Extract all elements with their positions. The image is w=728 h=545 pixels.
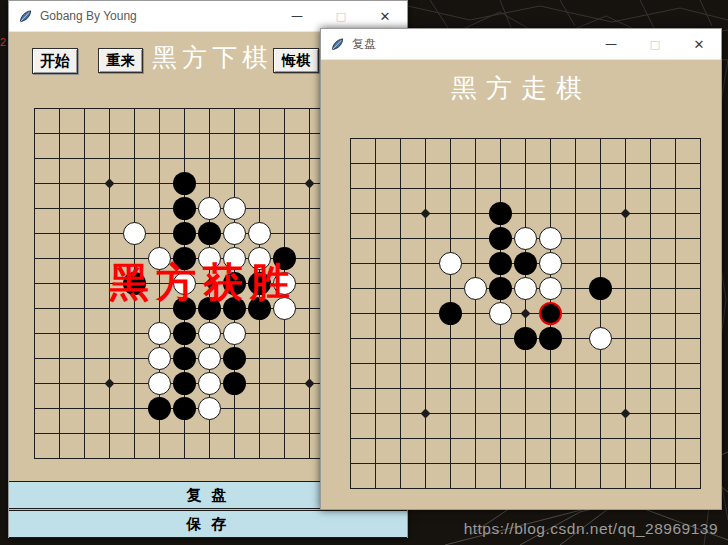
black-stone (148, 397, 171, 420)
white-stone (439, 252, 462, 275)
replay-window: 复盘 — □ ✕ 黑方走棋 (320, 28, 722, 510)
star-point (105, 379, 115, 389)
minimize-button[interactable]: — (589, 29, 633, 59)
black-stone (173, 222, 196, 245)
white-stone (514, 277, 537, 300)
white-stone (589, 327, 612, 350)
white-stone (223, 197, 246, 220)
star-point (305, 379, 315, 389)
black-stone (173, 322, 196, 345)
black-stone (489, 227, 512, 250)
white-stone (148, 347, 171, 370)
white-stone (223, 222, 246, 245)
replay-window-title: 复盘 (352, 36, 589, 53)
star-point (421, 209, 431, 219)
white-stone (539, 277, 562, 300)
white-stone (198, 347, 221, 370)
black-stone (173, 172, 196, 195)
black-stone (539, 327, 562, 350)
black-stone (173, 397, 196, 420)
restart-button[interactable]: 重来 (98, 48, 143, 73)
star-point (521, 309, 531, 319)
star-point (621, 209, 631, 219)
maximize-button[interactable]: □ (319, 1, 363, 31)
black-stone (223, 347, 246, 370)
tk-feather-icon (18, 9, 33, 24)
white-stone (464, 277, 487, 300)
csdn-watermark: https://blog.csdn.net/qq_28969139 (464, 520, 718, 538)
white-stone (539, 252, 562, 275)
black-stone (589, 277, 612, 300)
start-button[interactable]: 开始 (32, 48, 78, 74)
black-stone (439, 302, 462, 325)
black-stone (514, 327, 537, 350)
black-stone (489, 202, 512, 225)
white-stone (198, 372, 221, 395)
stray-digit: 2 (0, 36, 6, 48)
board-stone-grid (338, 126, 713, 501)
white-stone (248, 222, 271, 245)
star-point (421, 409, 431, 419)
minimize-button[interactable]: — (275, 1, 319, 31)
replay-turn-text: 黑方走棋 (321, 71, 721, 106)
black-stone (198, 222, 221, 245)
white-stone (539, 227, 562, 250)
black-stone (489, 252, 512, 275)
black-wins-banner: 黑方获胜 (109, 255, 297, 310)
close-button[interactable]: ✕ (677, 29, 721, 59)
close-button[interactable]: ✕ (363, 1, 407, 31)
black-stone (223, 372, 246, 395)
white-stone (198, 322, 221, 345)
replay-titlebar[interactable]: 复盘 — □ ✕ (321, 29, 721, 60)
black-stone (173, 347, 196, 370)
black-stone (173, 372, 196, 395)
white-stone (148, 372, 171, 395)
main-window-title: Gobang By Young (40, 9, 275, 23)
white-stone (198, 397, 221, 420)
star-point (621, 409, 631, 419)
save-button[interactable]: 保 存 (9, 510, 407, 538)
white-stone (489, 302, 512, 325)
star-point (105, 179, 115, 189)
turn-status-text: 黑方下棋 (149, 41, 275, 74)
black-stone (173, 197, 196, 220)
undo-button[interactable]: 悔棋 (273, 48, 319, 73)
white-stone (123, 222, 146, 245)
white-stone (514, 227, 537, 250)
white-stone (198, 197, 221, 220)
white-stone (223, 322, 246, 345)
black-stone (489, 277, 512, 300)
star-point (305, 179, 315, 189)
maximize-button[interactable]: □ (633, 29, 677, 59)
black-stone-last-move (539, 302, 562, 325)
white-stone (148, 322, 171, 345)
tk-feather-icon (330, 37, 345, 52)
black-stone (514, 252, 537, 275)
